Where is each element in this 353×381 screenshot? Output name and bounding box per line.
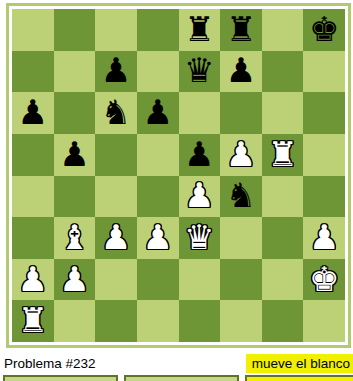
square-c1[interactable] — [95, 300, 137, 342]
square-b6[interactable] — [54, 92, 96, 134]
square-e7[interactable]: ♛ — [179, 51, 221, 93]
square-g8[interactable] — [262, 9, 304, 51]
answer-button-3[interactable] — [245, 375, 353, 381]
square-a8[interactable] — [12, 9, 54, 51]
square-c7[interactable]: ♟ — [95, 51, 137, 93]
white-pawn-piece: ♟ — [184, 178, 214, 212]
black-rook-piece: ♜ — [226, 12, 256, 46]
square-g7[interactable] — [262, 51, 304, 93]
black-pawn-piece: ♟ — [18, 95, 48, 129]
square-d1[interactable] — [137, 300, 179, 342]
black-pawn-piece: ♟ — [142, 95, 172, 129]
turn-indicator: mueve el blanco — [246, 354, 353, 373]
square-b8[interactable] — [54, 9, 96, 51]
square-b2[interactable]: ♟ — [54, 259, 96, 301]
white-queen-piece: ♛ — [184, 220, 214, 254]
square-a1[interactable]: ♜ — [12, 300, 54, 342]
square-h4[interactable] — [303, 176, 345, 218]
square-g3[interactable] — [262, 217, 304, 259]
square-c2[interactable] — [95, 259, 137, 301]
white-pawn-piece: ♟ — [101, 220, 131, 254]
square-e1[interactable] — [179, 300, 221, 342]
square-h3[interactable]: ♟ — [303, 217, 345, 259]
square-c5[interactable] — [95, 134, 137, 176]
answer-button-1[interactable] — [3, 375, 118, 381]
square-a6[interactable]: ♟ — [12, 92, 54, 134]
square-e2[interactable] — [179, 259, 221, 301]
answer-buttons-row — [3, 375, 353, 381]
square-a4[interactable] — [12, 176, 54, 218]
square-c6[interactable]: ♞ — [95, 92, 137, 134]
square-e3[interactable]: ♛ — [179, 217, 221, 259]
black-pawn-piece: ♟ — [101, 53, 131, 87]
square-g4[interactable] — [262, 176, 304, 218]
square-d8[interactable] — [137, 9, 179, 51]
square-h1[interactable] — [303, 300, 345, 342]
square-d6[interactable]: ♟ — [137, 92, 179, 134]
problem-label: Problema #232 — [4, 356, 96, 371]
black-pawn-piece: ♟ — [226, 53, 256, 87]
square-f1[interactable] — [220, 300, 262, 342]
square-a3[interactable] — [12, 217, 54, 259]
square-a5[interactable] — [12, 134, 54, 176]
white-pawn-piece: ♟ — [59, 262, 89, 296]
square-h2[interactable]: ♚ — [303, 259, 345, 301]
black-knight-piece: ♞ — [101, 95, 131, 129]
white-rook-piece: ♜ — [267, 137, 297, 171]
square-f4[interactable]: ♞ — [220, 176, 262, 218]
square-e4[interactable]: ♟ — [179, 176, 221, 218]
black-knight-piece: ♞ — [226, 178, 256, 212]
square-f2[interactable] — [220, 259, 262, 301]
white-pawn-piece: ♟ — [226, 137, 256, 171]
square-b5[interactable]: ♟ — [54, 134, 96, 176]
square-g2[interactable] — [262, 259, 304, 301]
black-rook-piece: ♜ — [184, 12, 214, 46]
white-pawn-piece: ♟ — [309, 220, 339, 254]
square-f5[interactable]: ♟ — [220, 134, 262, 176]
square-f6[interactable] — [220, 92, 262, 134]
square-e8[interactable]: ♜ — [179, 9, 221, 51]
square-b1[interactable] — [54, 300, 96, 342]
black-queen-piece: ♛ — [184, 53, 214, 87]
square-f3[interactable] — [220, 217, 262, 259]
square-h8[interactable]: ♚ — [303, 9, 345, 51]
square-c8[interactable] — [95, 9, 137, 51]
white-king-piece: ♚ — [309, 262, 339, 296]
black-pawn-piece: ♟ — [184, 137, 214, 171]
square-g6[interactable] — [262, 92, 304, 134]
square-b7[interactable] — [54, 51, 96, 93]
black-pawn-piece: ♟ — [59, 137, 89, 171]
square-h7[interactable] — [303, 51, 345, 93]
square-e6[interactable] — [179, 92, 221, 134]
square-d2[interactable] — [137, 259, 179, 301]
square-c3[interactable]: ♟ — [95, 217, 137, 259]
white-pawn-piece: ♟ — [142, 220, 172, 254]
square-d4[interactable] — [137, 176, 179, 218]
square-d3[interactable]: ♟ — [137, 217, 179, 259]
answer-button-2[interactable] — [124, 375, 239, 381]
square-d7[interactable] — [137, 51, 179, 93]
chess-board[interactable]: ♜♜♚♟♛♟♟♞♟♟♟♟♜♟♞♝♟♟♛♟♟♟♚♜ — [12, 9, 345, 342]
square-e5[interactable]: ♟ — [179, 134, 221, 176]
square-h5[interactable] — [303, 134, 345, 176]
white-rook-piece: ♜ — [18, 303, 48, 337]
white-bishop-piece: ♝ — [59, 220, 89, 254]
square-a2[interactable]: ♟ — [12, 259, 54, 301]
square-c4[interactable] — [95, 176, 137, 218]
black-king-piece: ♚ — [309, 12, 339, 46]
square-g1[interactable] — [262, 300, 304, 342]
square-h6[interactable] — [303, 92, 345, 134]
chess-board-frame: ♜♜♚♟♛♟♟♞♟♟♟♟♜♟♞♝♟♟♛♟♟♟♚♜ — [6, 3, 351, 348]
white-pawn-piece: ♟ — [18, 262, 48, 296]
caption-row: Problema #232 mueve el blanco — [0, 354, 353, 373]
square-g5[interactable]: ♜ — [262, 134, 304, 176]
square-a7[interactable] — [12, 51, 54, 93]
square-d5[interactable] — [137, 134, 179, 176]
square-b3[interactable]: ♝ — [54, 217, 96, 259]
square-b4[interactable] — [54, 176, 96, 218]
square-f8[interactable]: ♜ — [220, 9, 262, 51]
square-f7[interactable]: ♟ — [220, 51, 262, 93]
